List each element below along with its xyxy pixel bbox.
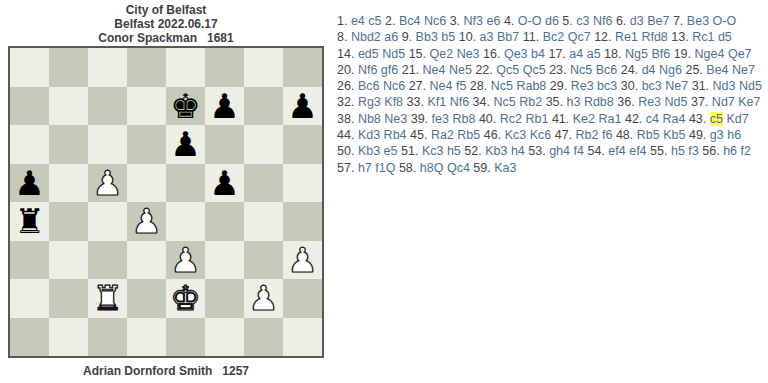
move[interactable]: Rb4 xyxy=(384,128,407,142)
move[interactable]: Kf8 xyxy=(384,95,403,109)
move-number: 8. xyxy=(337,30,347,44)
move[interactable]: f2 xyxy=(741,144,751,158)
black-pawn: ♟ xyxy=(166,125,205,164)
move[interactable]: Rfd8 xyxy=(641,30,667,44)
move-number: 56. xyxy=(702,144,719,158)
white-pawn: ♟ xyxy=(127,202,166,241)
move-number: 29. xyxy=(550,79,567,93)
white-pawn: ♟ xyxy=(283,241,322,280)
move[interactable]: a5 xyxy=(587,47,601,61)
square-d4: ♟ xyxy=(127,202,166,241)
black-pawn: ♟ xyxy=(283,87,322,126)
move[interactable]: Rb5 xyxy=(457,128,480,142)
move[interactable]: f4 xyxy=(574,144,584,158)
white-rook: ♜ xyxy=(88,279,127,318)
move-number: 34. xyxy=(473,95,490,109)
square-f5: ♟ xyxy=(205,164,244,203)
square-b8 xyxy=(49,48,88,87)
square-b1 xyxy=(49,318,88,357)
move-number: 18. xyxy=(604,47,621,61)
square-f6 xyxy=(205,125,244,164)
square-e8 xyxy=(166,48,205,87)
move-number: 23. xyxy=(549,63,566,77)
move[interactable]: Ne3 xyxy=(384,112,407,126)
square-e7: ♚ xyxy=(166,87,205,126)
move-number: 31. xyxy=(692,79,709,93)
square-f8 xyxy=(205,48,244,87)
square-c8 xyxy=(88,48,127,87)
move[interactable]: Nc6 xyxy=(424,14,446,28)
move[interactable]: ef4 xyxy=(608,144,625,158)
square-d6 xyxy=(127,125,166,164)
square-e2: ♚ xyxy=(166,279,205,318)
move[interactable]: h6 xyxy=(727,128,741,142)
move[interactable]: Nd7 xyxy=(712,95,735,109)
square-c2: ♜ xyxy=(88,279,127,318)
move[interactable]: Ng5 xyxy=(625,47,648,61)
square-h6 xyxy=(283,125,322,164)
move[interactable]: b5 xyxy=(441,30,455,44)
move[interactable]: Nd5 xyxy=(739,79,762,93)
move[interactable]: d5 xyxy=(718,30,732,44)
move[interactable]: O-O xyxy=(713,14,737,28)
move[interactable]: Ne7 xyxy=(732,63,755,77)
square-h7: ♟ xyxy=(283,87,322,126)
move-list: 1. e4 c5 2. Bc4 Nc6 3. Nf3 e6 4. O-O d6 … xyxy=(337,13,767,176)
square-h2 xyxy=(283,279,322,318)
move[interactable]: Nb8 xyxy=(358,112,381,126)
white-player-footer: Adrian Dornford Smith1257 xyxy=(8,364,324,378)
move-number: 44. xyxy=(337,128,354,142)
move-number: 25. xyxy=(685,63,702,77)
move[interactable]: Kb3 xyxy=(485,144,507,158)
square-d5 xyxy=(127,164,166,203)
black-rook: ♜ xyxy=(10,202,49,241)
move-line: 57. h7 f1Q 58. h8Q Qc4 59. Ka3 xyxy=(337,160,767,176)
square-a1 xyxy=(10,318,49,357)
square-d8 xyxy=(127,48,166,87)
move[interactable]: Bc2 xyxy=(543,30,565,44)
move-number: 11. xyxy=(523,30,539,44)
move[interactable]: Bc4 xyxy=(399,14,421,28)
square-c6 xyxy=(88,125,127,164)
move-number: 22. xyxy=(475,63,492,77)
move-number: 58. xyxy=(399,161,416,175)
move[interactable]: Kf1 xyxy=(427,95,446,109)
square-b6 xyxy=(49,125,88,164)
move[interactable]: Qc4 xyxy=(447,161,470,175)
move[interactable]: c3 xyxy=(576,14,589,28)
square-g7 xyxy=(244,87,283,126)
move-line: 14. ed5 Nd5 15. Qe2 Ne3 16. Qe3 b4 17. a… xyxy=(337,46,767,62)
square-b7 xyxy=(49,87,88,126)
move-number: 41. xyxy=(552,112,569,126)
move[interactable]: Qe2 xyxy=(430,47,454,61)
move-number: 15. xyxy=(409,47,426,61)
move-number: 16. xyxy=(483,47,500,61)
move[interactable]: f6 xyxy=(602,128,612,142)
move[interactable]: Bb3 xyxy=(416,30,438,44)
move-number: 45. xyxy=(410,128,427,142)
move[interactable]: h8Q xyxy=(420,161,444,175)
move[interactable]: Kb5 xyxy=(663,128,685,142)
move-number: 36. xyxy=(617,95,634,109)
move[interactable]: a3 xyxy=(480,30,494,44)
move-number: 26. xyxy=(337,79,354,93)
move[interactable]: h7 xyxy=(358,161,372,175)
move-number: 37. xyxy=(691,95,708,109)
move[interactable]: fe3 xyxy=(432,112,449,126)
move-number: 2. xyxy=(385,14,395,28)
move[interactable]: Rb2 xyxy=(519,95,542,109)
move[interactable]: h4 xyxy=(511,144,525,158)
move[interactable]: Ne5 xyxy=(449,63,472,77)
move[interactable]: Rb8 xyxy=(452,112,475,126)
square-a7 xyxy=(10,87,49,126)
move[interactable]: Nc5 xyxy=(491,79,513,93)
square-f1 xyxy=(205,318,244,357)
square-h3: ♟ xyxy=(283,241,322,280)
move[interactable]: Ne4 xyxy=(430,79,453,93)
move[interactable]: Be4 xyxy=(706,63,728,77)
square-b3 xyxy=(49,241,88,280)
chess-board-frame: ♚♟♟♟♟♟♟♜♟♟♟♜♚♟ xyxy=(8,46,324,358)
move[interactable]: g3 xyxy=(710,128,724,142)
black-pawn: ♟ xyxy=(205,87,244,126)
black-pawn: ♟ xyxy=(10,164,49,203)
square-g4 xyxy=(244,202,283,241)
move-number: 32. xyxy=(337,95,354,109)
move[interactable]: O-O xyxy=(518,14,542,28)
move-number: 24. xyxy=(621,63,638,77)
move[interactable]: h5 xyxy=(671,144,685,158)
square-f4 xyxy=(205,202,244,241)
move-number: 55. xyxy=(650,144,667,158)
square-h1 xyxy=(283,318,322,357)
move[interactable]: Ra4 xyxy=(663,112,686,126)
move-number: 9. xyxy=(402,30,412,44)
move[interactable]: Qc5 xyxy=(496,63,519,77)
square-g5 xyxy=(244,164,283,203)
move[interactable]: h3 xyxy=(567,95,581,109)
move[interactable]: e5 xyxy=(384,144,398,158)
move[interactable]: Kc3 xyxy=(422,144,444,158)
move[interactable]: Rdb8 xyxy=(584,95,614,109)
square-e1 xyxy=(166,318,205,357)
move[interactable]: Nf6 xyxy=(450,95,469,109)
move-line: 44. Kd3 Rb4 45. Ra2 Rb5 46. Kc3 Kc6 47. … xyxy=(337,127,767,143)
move[interactable]: c5 xyxy=(368,14,381,28)
move-number: 7. xyxy=(673,14,683,28)
move-line: 38. Nb8 Ne3 39. fe3 Rb8 40. Rc2 Rb1 41. … xyxy=(337,111,767,127)
move[interactable]: Bc6 xyxy=(358,79,380,93)
square-b4 xyxy=(49,202,88,241)
white-player-name: Adrian Dornford Smith xyxy=(83,364,212,378)
move-number: 40. xyxy=(479,112,496,126)
square-c7 xyxy=(88,87,127,126)
square-d1 xyxy=(127,318,166,357)
move[interactable]: Rb5 xyxy=(637,128,660,142)
move-line: 1. e4 c5 2. Bc4 Nc6 3. Nf3 e6 4. O-O d6 … xyxy=(337,13,767,29)
move-number: 1. xyxy=(337,14,347,28)
square-c4 xyxy=(88,202,127,241)
move[interactable]: c4 xyxy=(646,112,659,126)
move-number: 59. xyxy=(473,161,490,175)
move[interactable]: Ke7 xyxy=(738,95,760,109)
square-h8 xyxy=(283,48,322,87)
black-player-line: Conor Spackman1681 xyxy=(8,31,324,45)
move[interactable]: Be7 xyxy=(647,14,669,28)
move[interactable]: ed5 xyxy=(358,47,379,61)
move[interactable]: Kb3 xyxy=(358,144,380,158)
move[interactable]: Qe7 xyxy=(728,47,752,61)
white-pawn: ♟ xyxy=(244,279,283,318)
move[interactable]: Ne3 xyxy=(457,47,480,61)
move[interactable]: Nge4 xyxy=(695,47,725,61)
chess-game-viewer: City of Belfast Belfast 2022.06.17 Conor… xyxy=(0,0,768,383)
square-a3 xyxy=(10,241,49,280)
square-e6: ♟ xyxy=(166,125,205,164)
move[interactable]: Qc5 xyxy=(523,63,546,77)
move-line: 8. Nbd2 a6 9. Bb3 b5 10. a3 Bb7 11. Bc2 … xyxy=(337,29,767,45)
move-number: 28. xyxy=(470,79,487,93)
move-highlighted[interactable]: c5 xyxy=(710,112,723,126)
site-date: Belfast 2022.06.17 xyxy=(8,17,324,31)
move[interactable]: Ra1 xyxy=(599,112,622,126)
move[interactable]: Rg3 xyxy=(358,95,381,109)
square-c3 xyxy=(88,241,127,280)
move-number: 10. xyxy=(459,30,476,44)
move[interactable]: Nbd2 xyxy=(351,30,381,44)
move[interactable]: Ne7 xyxy=(665,79,688,93)
square-a4: ♜ xyxy=(10,202,49,241)
square-c5: ♟ xyxy=(88,164,127,203)
square-e3: ♟ xyxy=(166,241,205,280)
white-player-rating: 1257 xyxy=(222,364,249,378)
move-number: 20. xyxy=(337,63,354,77)
move-number: 43. xyxy=(689,112,706,126)
move-number: 13. xyxy=(671,30,688,44)
move[interactable]: e4 xyxy=(351,14,365,28)
move-number: 6. xyxy=(616,14,626,28)
move-number: 5. xyxy=(562,14,572,28)
move[interactable]: h6 xyxy=(723,144,737,158)
move-number: 4. xyxy=(504,14,514,28)
move[interactable]: h5 xyxy=(447,144,461,158)
move-number: 21. xyxy=(402,63,419,77)
move[interactable]: Nc5 xyxy=(570,63,592,77)
move-number: 48. xyxy=(616,128,633,142)
square-g1 xyxy=(244,318,283,357)
move-number: 46. xyxy=(484,128,501,142)
move[interactable]: Nf3 xyxy=(464,14,483,28)
move-line: 26. Bc6 Nc6 27. Ne4 f5 28. Nc5 Rab8 29. … xyxy=(337,78,767,94)
move-number: 30. xyxy=(621,79,638,93)
move[interactable]: d6 xyxy=(545,14,559,28)
move-number: 47. xyxy=(555,128,572,142)
square-f7: ♟ xyxy=(205,87,244,126)
square-g8 xyxy=(244,48,283,87)
move-number: 38. xyxy=(337,112,354,126)
move[interactable]: f1Q xyxy=(375,161,395,175)
square-a5: ♟ xyxy=(10,164,49,203)
move[interactable]: gf6 xyxy=(381,63,398,77)
square-g6 xyxy=(244,125,283,164)
move[interactable]: Nf6 xyxy=(358,63,377,77)
square-h4 xyxy=(283,202,322,241)
move-number: 19. xyxy=(674,47,691,61)
square-f3 xyxy=(205,241,244,280)
square-g3 xyxy=(244,241,283,280)
move-number: 14. xyxy=(337,47,354,61)
square-a6 xyxy=(10,125,49,164)
square-a2 xyxy=(10,279,49,318)
move[interactable]: Nd5 xyxy=(382,47,405,61)
move-number: 53. xyxy=(528,144,545,158)
move-number: 49. xyxy=(689,128,706,142)
move-line: 50. Kb3 e5 51. Kc3 h5 52. Kb3 h4 53. gh4… xyxy=(337,143,767,159)
move-number: 42. xyxy=(625,112,642,126)
move[interactable]: Ne4 xyxy=(423,63,446,77)
move[interactable]: b4 xyxy=(531,47,545,61)
move[interactable]: f5 xyxy=(456,79,466,93)
move[interactable]: Ka3 xyxy=(494,161,516,175)
move[interactable]: Rab8 xyxy=(516,79,546,93)
black-player-header: City of Belfast Belfast 2022.06.17 Conor… xyxy=(8,3,324,45)
move[interactable]: Kd3 xyxy=(358,128,380,142)
black-pawn: ♟ xyxy=(205,164,244,203)
square-e4 xyxy=(166,202,205,241)
move[interactable]: Kc6 xyxy=(530,128,552,142)
move[interactable]: Qe3 xyxy=(504,47,528,61)
move-number: 27. xyxy=(409,79,426,93)
white-pawn: ♟ xyxy=(88,164,127,203)
square-c1 xyxy=(88,318,127,357)
move[interactable]: a6 xyxy=(384,30,398,44)
move-number: 57. xyxy=(337,161,354,175)
move-number: 52. xyxy=(464,144,481,158)
move[interactable]: Re1 xyxy=(615,30,638,44)
move[interactable]: f3 xyxy=(688,144,698,158)
move-number: 33. xyxy=(407,95,424,109)
move[interactable]: gh4 xyxy=(549,144,570,158)
move[interactable]: Bb7 xyxy=(497,30,519,44)
square-a8 xyxy=(10,48,49,87)
move[interactable]: Nc5 xyxy=(493,95,515,109)
move[interactable]: Nf6 xyxy=(593,14,612,28)
move-line: 32. Rg3 Kf8 33. Kf1 Nf6 34. Nc5 Rb2 35. … xyxy=(337,94,767,110)
move[interactable]: Kc3 xyxy=(505,128,527,142)
move[interactable]: Rb1 xyxy=(525,112,548,126)
move-line: 20. Nf6 gf6 21. Ne4 Ne5 22. Qc5 Qc5 23. … xyxy=(337,62,767,78)
chess-board: ♚♟♟♟♟♟♟♜♟♟♟♜♚♟ xyxy=(10,48,322,356)
square-d3 xyxy=(127,241,166,280)
move-number: 39. xyxy=(411,112,428,126)
square-f2 xyxy=(205,279,244,318)
move[interactable]: Rc1 xyxy=(692,30,714,44)
move[interactable]: a4 xyxy=(569,47,583,61)
square-h5 xyxy=(283,164,322,203)
move[interactable]: d3 xyxy=(630,14,644,28)
move[interactable]: Rb2 xyxy=(576,128,599,142)
move[interactable]: bc3 xyxy=(642,79,662,93)
move-number: 12. xyxy=(594,30,611,44)
move[interactable]: Re3 xyxy=(638,95,661,109)
move[interactable]: e6 xyxy=(487,14,501,28)
move-number: 35. xyxy=(546,95,563,109)
move[interactable]: d4 xyxy=(642,63,656,77)
move[interactable]: Bf6 xyxy=(651,47,670,61)
move-number: 17. xyxy=(548,47,565,61)
square-d7 xyxy=(127,87,166,126)
move[interactable]: Be3 xyxy=(687,14,709,28)
move[interactable]: Re3 xyxy=(571,79,594,93)
move[interactable]: Nd5 xyxy=(665,95,688,109)
move[interactable]: Bc6 xyxy=(596,63,618,77)
move[interactable]: bc3 xyxy=(597,79,617,93)
square-d2 xyxy=(127,279,166,318)
white-player-line: Adrian Dornford Smith1257 xyxy=(8,364,324,378)
move-number: 3. xyxy=(450,14,460,28)
move[interactable]: Ra2 xyxy=(431,128,454,142)
move[interactable]: Qc7 xyxy=(568,30,591,44)
square-b2 xyxy=(49,279,88,318)
event-name: City of Belfast xyxy=(8,3,324,17)
white-pawn: ♟ xyxy=(166,241,205,280)
move-number: 54. xyxy=(587,144,604,158)
white-king: ♚ xyxy=(166,279,205,318)
black-player-name: Conor Spackman xyxy=(98,31,197,45)
black-player-rating: 1681 xyxy=(207,31,234,45)
move[interactable]: ef4 xyxy=(629,144,646,158)
move[interactable]: Ke2 xyxy=(573,112,595,126)
square-g2: ♟ xyxy=(244,279,283,318)
move[interactable]: Nc6 xyxy=(383,79,405,93)
move[interactable]: Ng6 xyxy=(659,63,682,77)
move[interactable]: Nd3 xyxy=(713,79,736,93)
move-number: 51. xyxy=(401,144,418,158)
move[interactable]: Kd7 xyxy=(726,112,748,126)
square-b5 xyxy=(49,164,88,203)
move-number: 50. xyxy=(337,144,354,158)
move[interactable]: Rc2 xyxy=(500,112,522,126)
black-king: ♚ xyxy=(166,87,205,126)
square-e5 xyxy=(166,164,205,203)
